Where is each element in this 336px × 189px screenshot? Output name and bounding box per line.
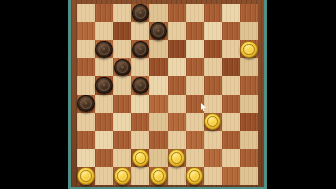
square-r4c3[interactable] <box>131 76 149 94</box>
square-r2c9[interactable] <box>240 40 258 58</box>
square-r0c8 <box>222 4 240 22</box>
square-r5c4[interactable] <box>149 95 167 113</box>
square-r8c3[interactable] <box>131 149 149 167</box>
square-r3c2[interactable] <box>113 58 131 76</box>
square-r7c5 <box>168 131 186 149</box>
square-r8c2 <box>113 149 131 167</box>
square-r1c4[interactable] <box>149 22 167 40</box>
gold-piece[interactable] <box>186 167 203 184</box>
square-r5c7 <box>204 95 222 113</box>
square-r5c2[interactable] <box>113 95 131 113</box>
square-r9c0[interactable] <box>77 167 95 185</box>
square-r9c4[interactable] <box>149 167 167 185</box>
square-r7c8[interactable] <box>222 131 240 149</box>
dark-piece[interactable] <box>132 4 149 21</box>
square-r8c1[interactable] <box>95 149 113 167</box>
square-r5c0[interactable] <box>77 95 95 113</box>
square-r5c3 <box>131 95 149 113</box>
square-r0c1[interactable] <box>95 4 113 22</box>
square-r0c5[interactable] <box>168 4 186 22</box>
square-r3c3 <box>131 58 149 76</box>
square-r1c5 <box>168 22 186 40</box>
square-r1c3 <box>131 22 149 40</box>
square-r9c1 <box>95 167 113 185</box>
square-r5c6[interactable] <box>186 95 204 113</box>
square-r1c8[interactable] <box>222 22 240 40</box>
square-r0c6 <box>186 4 204 22</box>
square-r4c4 <box>149 76 167 94</box>
square-r7c6[interactable] <box>186 131 204 149</box>
square-r4c2 <box>113 76 131 94</box>
square-r4c9[interactable] <box>240 76 258 94</box>
square-r6c9[interactable] <box>240 113 258 131</box>
dark-piece[interactable] <box>132 77 149 94</box>
square-r6c3[interactable] <box>131 113 149 131</box>
square-r7c4[interactable] <box>149 131 167 149</box>
square-r3c4[interactable] <box>149 58 167 76</box>
square-r1c0[interactable] <box>77 22 95 40</box>
board-grid[interactable] <box>77 4 258 185</box>
square-r0c2 <box>113 4 131 22</box>
square-r3c7 <box>204 58 222 76</box>
square-r6c1[interactable] <box>95 113 113 131</box>
square-r9c9 <box>240 167 258 185</box>
gold-piece[interactable] <box>240 41 257 58</box>
square-r4c8 <box>222 76 240 94</box>
square-r2c0 <box>77 40 95 58</box>
square-r2c2 <box>113 40 131 58</box>
square-r6c7[interactable] <box>204 113 222 131</box>
square-r5c8[interactable] <box>222 95 240 113</box>
app-background <box>0 0 336 189</box>
square-r6c6 <box>186 113 204 131</box>
dark-piece[interactable] <box>77 95 94 112</box>
dark-piece[interactable] <box>95 41 112 58</box>
gold-piece[interactable] <box>168 149 185 166</box>
square-r2c6 <box>186 40 204 58</box>
square-r8c9[interactable] <box>240 149 258 167</box>
square-r8c7[interactable] <box>204 149 222 167</box>
square-r2c4 <box>149 40 167 58</box>
square-r3c9 <box>240 58 258 76</box>
square-r3c0[interactable] <box>77 58 95 76</box>
square-r7c3 <box>131 131 149 149</box>
gold-piece[interactable] <box>77 167 94 184</box>
square-r9c6[interactable] <box>186 167 204 185</box>
checkers-board <box>68 0 267 189</box>
square-r1c9 <box>240 22 258 40</box>
square-r6c0 <box>77 113 95 131</box>
square-r9c5 <box>168 167 186 185</box>
square-r4c7[interactable] <box>204 76 222 94</box>
square-r8c5[interactable] <box>168 149 186 167</box>
square-r0c9[interactable] <box>240 4 258 22</box>
square-r0c4 <box>149 4 167 22</box>
square-r5c1 <box>95 95 113 113</box>
square-r7c1 <box>95 131 113 149</box>
square-r3c8[interactable] <box>222 58 240 76</box>
square-r6c4 <box>149 113 167 131</box>
dark-piece[interactable] <box>150 22 167 39</box>
square-r4c5[interactable] <box>168 76 186 94</box>
square-r4c0 <box>77 76 95 94</box>
gold-piece[interactable] <box>132 149 149 166</box>
square-r5c5 <box>168 95 186 113</box>
gold-piece[interactable] <box>150 167 167 184</box>
gold-piece[interactable] <box>114 167 131 184</box>
square-r9c2[interactable] <box>113 167 131 185</box>
square-r8c6 <box>186 149 204 167</box>
square-r8c4 <box>149 149 167 167</box>
square-r7c9 <box>240 131 258 149</box>
square-r4c1[interactable] <box>95 76 113 94</box>
square-r1c2[interactable] <box>113 22 131 40</box>
square-r6c2 <box>113 113 131 131</box>
square-r8c0 <box>77 149 95 167</box>
square-r9c8[interactable] <box>222 167 240 185</box>
dark-piece[interactable] <box>114 59 131 76</box>
square-r6c8 <box>222 113 240 131</box>
square-r1c6[interactable] <box>186 22 204 40</box>
square-r1c1 <box>95 22 113 40</box>
square-r3c6[interactable] <box>186 58 204 76</box>
square-r2c5[interactable] <box>168 40 186 58</box>
square-r2c7[interactable] <box>204 40 222 58</box>
square-r2c8 <box>222 40 240 58</box>
square-r0c0 <box>77 4 95 22</box>
square-r2c1[interactable] <box>95 40 113 58</box>
square-r9c7 <box>204 167 222 185</box>
square-r0c7[interactable] <box>204 4 222 22</box>
dark-piece[interactable] <box>132 41 149 58</box>
square-r3c1 <box>95 58 113 76</box>
square-r5c9 <box>240 95 258 113</box>
square-r8c8 <box>222 149 240 167</box>
square-r3c5 <box>168 58 186 76</box>
square-r7c0[interactable] <box>77 131 95 149</box>
square-r4c6 <box>186 76 204 94</box>
square-r7c7 <box>204 131 222 149</box>
square-r9c3 <box>131 167 149 185</box>
gold-piece[interactable] <box>204 113 221 130</box>
square-r1c7 <box>204 22 222 40</box>
square-r7c2[interactable] <box>113 131 131 149</box>
square-r2c3[interactable] <box>131 40 149 58</box>
dark-piece[interactable] <box>95 77 112 94</box>
square-r6c5[interactable] <box>168 113 186 131</box>
square-r0c3[interactable] <box>131 4 149 22</box>
